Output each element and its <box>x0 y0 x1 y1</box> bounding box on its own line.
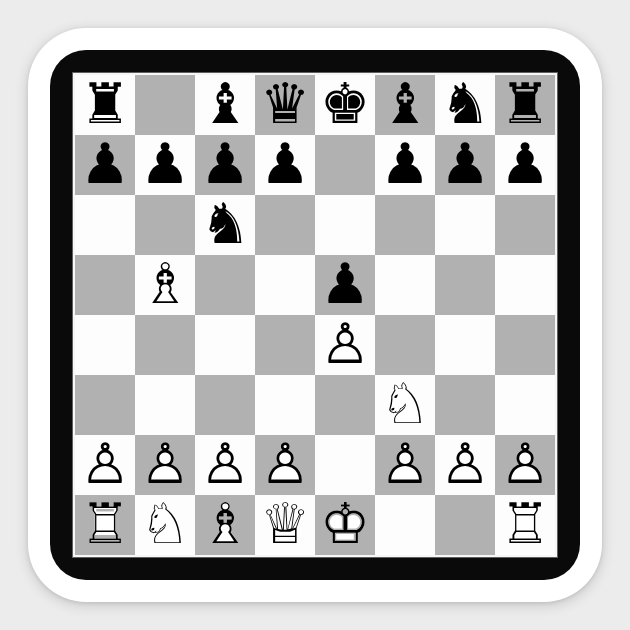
square-d4 <box>255 315 315 375</box>
square-c3 <box>195 375 255 435</box>
square-b6 <box>135 195 195 255</box>
square-d8: ♛ <box>255 75 315 135</box>
white-pawn-piece: ♟♙ <box>495 435 555 495</box>
square-c8: ♝ <box>195 75 255 135</box>
white-pawn-piece: ♟♙ <box>255 435 315 495</box>
square-d2: ♟♙ <box>255 435 315 495</box>
square-f2: ♟♙ <box>375 435 435 495</box>
black-pawn-piece: ♟ <box>255 135 315 195</box>
square-h2: ♟♙ <box>495 435 555 495</box>
black-pawn-piece: ♟ <box>195 135 255 195</box>
square-d5 <box>255 255 315 315</box>
square-f8: ♝ <box>375 75 435 135</box>
black-king-piece: ♚ <box>315 75 375 135</box>
chess-board: ♜♝♛♚♝♞♜♟♟♟♟♟♟♟♞♝♗♟♟♙♞♘♟♙♟♙♟♙♟♙♟♙♟♙♟♙♜♖♞♘… <box>75 75 555 555</box>
board-frame: ♜♝♛♚♝♞♜♟♟♟♟♟♟♟♞♝♗♟♟♙♞♘♟♙♟♙♟♙♟♙♟♙♟♙♟♙♜♖♞♘… <box>50 50 580 580</box>
white-pawn-piece: ♟♙ <box>375 435 435 495</box>
square-h3 <box>495 375 555 435</box>
square-g3 <box>435 375 495 435</box>
square-b1: ♞♘ <box>135 495 195 555</box>
white-pawn-piece: ♟♙ <box>75 435 135 495</box>
square-h5 <box>495 255 555 315</box>
square-b8 <box>135 75 195 135</box>
square-d3 <box>255 375 315 435</box>
white-knight-piece: ♞♘ <box>135 495 195 555</box>
square-e6 <box>315 195 375 255</box>
square-e4: ♟♙ <box>315 315 375 375</box>
white-rook-piece: ♜♖ <box>75 495 135 555</box>
white-pawn-piece: ♟♙ <box>135 435 195 495</box>
white-pawn-piece: ♟♙ <box>435 435 495 495</box>
square-a7: ♟ <box>75 135 135 195</box>
black-pawn-piece: ♟ <box>435 135 495 195</box>
square-g2: ♟♙ <box>435 435 495 495</box>
square-h4 <box>495 315 555 375</box>
square-h7: ♟ <box>495 135 555 195</box>
square-g8: ♞ <box>435 75 495 135</box>
white-pawn-piece: ♟♙ <box>315 315 375 375</box>
square-c1: ♝♗ <box>195 495 255 555</box>
square-e2 <box>315 435 375 495</box>
square-d1: ♛♕ <box>255 495 315 555</box>
square-c6: ♞ <box>195 195 255 255</box>
square-e3 <box>315 375 375 435</box>
square-f3: ♞♘ <box>375 375 435 435</box>
square-c4 <box>195 315 255 375</box>
square-a2: ♟♙ <box>75 435 135 495</box>
square-g5 <box>435 255 495 315</box>
black-pawn-piece: ♟ <box>75 135 135 195</box>
square-a3 <box>75 375 135 435</box>
page-background: { "game": "chess", "diagram": { "style":… <box>0 0 630 630</box>
square-a1: ♜♖ <box>75 495 135 555</box>
white-king-piece: ♚♔ <box>315 495 375 555</box>
square-e1: ♚♔ <box>315 495 375 555</box>
square-f4 <box>375 315 435 375</box>
square-d7: ♟ <box>255 135 315 195</box>
square-b7: ♟ <box>135 135 195 195</box>
square-a8: ♜ <box>75 75 135 135</box>
square-h1: ♜♖ <box>495 495 555 555</box>
square-e5: ♟ <box>315 255 375 315</box>
square-b3 <box>135 375 195 435</box>
square-b5: ♝♗ <box>135 255 195 315</box>
square-c2: ♟♙ <box>195 435 255 495</box>
white-pawn-piece: ♟♙ <box>195 435 255 495</box>
square-e7 <box>315 135 375 195</box>
white-knight-piece: ♞♘ <box>375 375 435 435</box>
square-c5 <box>195 255 255 315</box>
square-f5 <box>375 255 435 315</box>
black-pawn-piece: ♟ <box>315 255 375 315</box>
black-rook-piece: ♜ <box>75 75 135 135</box>
square-g1 <box>435 495 495 555</box>
square-f7: ♟ <box>375 135 435 195</box>
white-bishop-piece: ♝♗ <box>195 495 255 555</box>
black-bishop-piece: ♝ <box>375 75 435 135</box>
black-rook-piece: ♜ <box>495 75 555 135</box>
sticker: ♜♝♛♚♝♞♜♟♟♟♟♟♟♟♞♝♗♟♟♙♞♘♟♙♟♙♟♙♟♙♟♙♟♙♟♙♜♖♞♘… <box>28 28 602 602</box>
square-g6 <box>435 195 495 255</box>
black-queen-piece: ♛ <box>255 75 315 135</box>
square-a4 <box>75 315 135 375</box>
square-h6 <box>495 195 555 255</box>
black-knight-piece: ♞ <box>435 75 495 135</box>
square-f1 <box>375 495 435 555</box>
board-margin: ♜♝♛♚♝♞♜♟♟♟♟♟♟♟♞♝♗♟♟♙♞♘♟♙♟♙♟♙♟♙♟♙♟♙♟♙♜♖♞♘… <box>73 73 557 557</box>
square-a5 <box>75 255 135 315</box>
square-g7: ♟ <box>435 135 495 195</box>
black-pawn-piece: ♟ <box>495 135 555 195</box>
square-e8: ♚ <box>315 75 375 135</box>
square-b2: ♟♙ <box>135 435 195 495</box>
square-b4 <box>135 315 195 375</box>
square-g4 <box>435 315 495 375</box>
white-rook-piece: ♜♖ <box>495 495 555 555</box>
square-c7: ♟ <box>195 135 255 195</box>
square-a6 <box>75 195 135 255</box>
white-bishop-piece: ♝♗ <box>135 255 195 315</box>
black-knight-piece: ♞ <box>195 195 255 255</box>
white-queen-piece: ♛♕ <box>255 495 315 555</box>
square-d6 <box>255 195 315 255</box>
black-pawn-piece: ♟ <box>375 135 435 195</box>
square-h8: ♜ <box>495 75 555 135</box>
black-bishop-piece: ♝ <box>195 75 255 135</box>
black-pawn-piece: ♟ <box>135 135 195 195</box>
square-f6 <box>375 195 435 255</box>
